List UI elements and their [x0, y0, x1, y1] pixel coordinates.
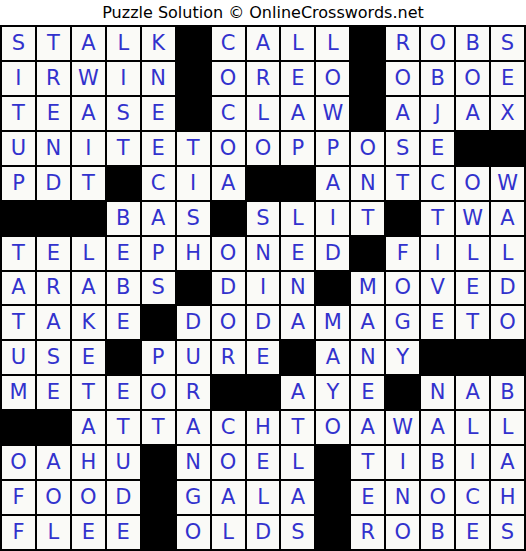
- letter-cell-r7c7: O: [211, 236, 246, 271]
- letter-cell-r4c1: U: [1, 131, 36, 166]
- letter-cell-r3c1: T: [1, 96, 36, 131]
- letter-cell-r4c11: O: [350, 131, 385, 166]
- letter-cell-r2c1: I: [1, 61, 36, 96]
- letter-cell-r13c14: I: [455, 445, 490, 480]
- letter-cell-r10c1: U: [1, 340, 36, 375]
- letter-cell-r14c14: C: [455, 480, 490, 515]
- letter-cell-r8c3: A: [71, 271, 106, 306]
- letter-cell-r2c5: N: [141, 61, 176, 96]
- letter-cell-r13c9: L: [280, 445, 315, 480]
- letter-cell-r13c2: A: [36, 445, 71, 480]
- letter-cell-r11c15: B: [490, 375, 525, 410]
- letter-cell-r9c14: T: [455, 305, 490, 340]
- black-cell-r15c10: [315, 515, 350, 550]
- black-cell-r10c13: [420, 340, 455, 375]
- letter-cell-r9c12: G: [385, 305, 420, 340]
- letter-cell-r15c3: E: [71, 515, 106, 550]
- black-cell-r12c2: [36, 410, 71, 445]
- letter-cell-r8c9: N: [280, 271, 315, 306]
- letter-cell-r6c9: L: [280, 201, 315, 236]
- letter-cell-r9c1: T: [1, 305, 36, 340]
- letter-cell-r14c4: D: [106, 480, 141, 515]
- letter-cell-r9c15: O: [490, 305, 525, 340]
- black-cell-r6c12: [385, 201, 420, 236]
- letter-cell-r7c12: F: [385, 236, 420, 271]
- letter-cell-r9c7: O: [211, 305, 246, 340]
- letter-cell-r11c3: T: [71, 375, 106, 410]
- black-cell-r6c3: [71, 201, 106, 236]
- letter-cell-r4c2: N: [36, 131, 71, 166]
- black-cell-r10c14: [455, 340, 490, 375]
- letter-cell-r8c8: I: [246, 271, 281, 306]
- letter-cell-r13c7: O: [211, 445, 246, 480]
- letter-cell-r4c12: S: [385, 131, 420, 166]
- letter-cell-r6c6: S: [176, 201, 211, 236]
- letter-cell-r2c4: I: [106, 61, 141, 96]
- black-cell-r7c11: [350, 236, 385, 271]
- letter-cell-r3c10: W: [315, 96, 350, 131]
- letter-cell-r8c14: E: [455, 271, 490, 306]
- letter-cell-r9c8: D: [246, 305, 281, 340]
- letter-cell-r10c8: E: [246, 340, 281, 375]
- letter-cell-r6c10: I: [315, 201, 350, 236]
- letter-cell-r5c12: T: [385, 166, 420, 201]
- letter-cell-r3c4: S: [106, 96, 141, 131]
- black-cell-r14c10: [315, 480, 350, 515]
- letter-cell-r12c6: A: [176, 410, 211, 445]
- letter-cell-r2c2: R: [36, 61, 71, 96]
- letter-cell-r12c5: T: [141, 410, 176, 445]
- letter-cell-r6c15: A: [490, 201, 525, 236]
- letter-cell-r1c1: S: [1, 26, 36, 61]
- letter-cell-r1c12: R: [385, 26, 420, 61]
- letter-cell-r15c4: E: [106, 515, 141, 550]
- letter-cell-r4c9: P: [280, 131, 315, 166]
- letter-cell-r15c12: O: [385, 515, 420, 550]
- letter-cell-r1c4: L: [106, 26, 141, 61]
- letter-cell-r8c5: S: [141, 271, 176, 306]
- letter-cell-r6c5: A: [141, 201, 176, 236]
- letter-cell-r9c11: A: [350, 305, 385, 340]
- letter-cell-r10c12: Y: [385, 340, 420, 375]
- letter-cell-r10c7: R: [211, 340, 246, 375]
- letter-cell-r10c5: P: [141, 340, 176, 375]
- letter-cell-r2c15: E: [490, 61, 525, 96]
- letter-cell-r10c3: E: [71, 340, 106, 375]
- letter-cell-r8c12: O: [385, 271, 420, 306]
- letter-cell-r3c3: A: [71, 96, 106, 131]
- letter-cell-r4c6: T: [176, 131, 211, 166]
- letter-cell-r8c13: V: [420, 271, 455, 306]
- puzzle-title: Puzzle Solution © OnlineCrosswords.net: [0, 0, 526, 25]
- letter-cell-r12c14: L: [455, 410, 490, 445]
- letter-cell-r2c12: O: [385, 61, 420, 96]
- letter-cell-r14c6: G: [176, 480, 211, 515]
- letter-cell-r12c9: T: [280, 410, 315, 445]
- letter-cell-r7c14: L: [455, 236, 490, 271]
- letter-cell-r5c3: T: [71, 166, 106, 201]
- letter-cell-r1c13: O: [420, 26, 455, 61]
- letter-cell-r3c5: E: [141, 96, 176, 131]
- letter-cell-r3c12: A: [385, 96, 420, 131]
- crossword-grid: STALKCALLROBSIRWINOREOOBOETEASECLAWAJAXU…: [0, 25, 526, 551]
- letter-cell-r3c2: E: [36, 96, 71, 131]
- letter-cell-r7c6: H: [176, 236, 211, 271]
- letter-cell-r3c8: L: [246, 96, 281, 131]
- letter-cell-r7c3: L: [71, 236, 106, 271]
- letter-cell-r8c7: D: [211, 271, 246, 306]
- letter-cell-r7c1: T: [1, 236, 36, 271]
- letter-cell-r6c14: W: [455, 201, 490, 236]
- black-cell-r8c6: [176, 271, 211, 306]
- letter-cell-r13c4: U: [106, 445, 141, 480]
- black-cell-r5c4: [106, 166, 141, 201]
- black-cell-r3c11: [350, 96, 385, 131]
- letter-cell-r1c14: B: [455, 26, 490, 61]
- letter-cell-r5c5: C: [141, 166, 176, 201]
- letter-cell-r9c9: A: [280, 305, 315, 340]
- black-cell-r10c4: [106, 340, 141, 375]
- letter-cell-r3c7: C: [211, 96, 246, 131]
- black-cell-r2c6: [176, 61, 211, 96]
- letter-cell-r7c9: E: [280, 236, 315, 271]
- letter-cell-r14c9: A: [280, 480, 315, 515]
- black-cell-r4c15: [490, 131, 525, 166]
- letter-cell-r5c11: N: [350, 166, 385, 201]
- letter-cell-r4c4: T: [106, 131, 141, 166]
- letter-cell-r15c6: O: [176, 515, 211, 550]
- letter-cell-r12c4: T: [106, 410, 141, 445]
- letter-cell-r5c6: I: [176, 166, 211, 201]
- letter-cell-r5c14: O: [455, 166, 490, 201]
- letter-cell-r1c3: A: [71, 26, 106, 61]
- letter-cell-r7c8: N: [246, 236, 281, 271]
- letter-cell-r12c12: W: [385, 410, 420, 445]
- letter-cell-r7c2: E: [36, 236, 71, 271]
- letter-cell-r10c10: A: [315, 340, 350, 375]
- black-cell-r2c11: [350, 61, 385, 96]
- letter-cell-r8c15: D: [490, 271, 525, 306]
- letter-cell-r3c14: A: [455, 96, 490, 131]
- letter-cell-r14c11: E: [350, 480, 385, 515]
- letter-cell-r12c11: A: [350, 410, 385, 445]
- letter-cell-r1c15: S: [490, 26, 525, 61]
- letter-cell-r3c15: X: [490, 96, 525, 131]
- black-cell-r13c10: [315, 445, 350, 480]
- black-cell-r15c5: [141, 515, 176, 550]
- black-cell-r14c5: [141, 480, 176, 515]
- letter-cell-r11c13: N: [420, 375, 455, 410]
- black-cell-r11c12: [385, 375, 420, 410]
- letter-cell-r11c10: Y: [315, 375, 350, 410]
- letter-cell-r2c13: B: [420, 61, 455, 96]
- letter-cell-r12c15: L: [490, 410, 525, 445]
- letter-cell-r12c10: O: [315, 410, 350, 445]
- letter-cell-r11c4: E: [106, 375, 141, 410]
- letter-cell-r3c13: J: [420, 96, 455, 131]
- letter-cell-r9c2: A: [36, 305, 71, 340]
- letter-cell-r11c11: E: [350, 375, 385, 410]
- letter-cell-r14c7: A: [211, 480, 246, 515]
- letter-cell-r14c12: N: [385, 480, 420, 515]
- letter-cell-r2c14: O: [455, 61, 490, 96]
- letter-cell-r10c11: N: [350, 340, 385, 375]
- letter-cell-r9c13: E: [420, 305, 455, 340]
- letter-cell-r1c7: C: [211, 26, 246, 61]
- black-cell-r6c1: [1, 201, 36, 236]
- letter-cell-r5c1: P: [1, 166, 36, 201]
- letter-cell-r13c12: I: [385, 445, 420, 480]
- black-cell-r3c6: [176, 96, 211, 131]
- letter-cell-r15c9: S: [280, 515, 315, 550]
- letter-cell-r13c11: T: [350, 445, 385, 480]
- letter-cell-r12c8: H: [246, 410, 281, 445]
- letter-cell-r15c2: L: [36, 515, 71, 550]
- black-cell-r6c2: [36, 201, 71, 236]
- letter-cell-r4c13: E: [420, 131, 455, 166]
- letter-cell-r5c7: A: [211, 166, 246, 201]
- letter-cell-r10c2: S: [36, 340, 71, 375]
- letter-cell-r5c15: W: [490, 166, 525, 201]
- black-cell-r1c11: [350, 26, 385, 61]
- black-cell-r12c1: [1, 410, 36, 445]
- letter-cell-r11c6: R: [176, 375, 211, 410]
- black-cell-r5c9: [280, 166, 315, 201]
- black-cell-r10c9: [280, 340, 315, 375]
- black-cell-r6c7: [211, 201, 246, 236]
- letter-cell-r10c6: U: [176, 340, 211, 375]
- letter-cell-r6c11: T: [350, 201, 385, 236]
- letter-cell-r3c9: A: [280, 96, 315, 131]
- letter-cell-r7c10: D: [315, 236, 350, 271]
- letter-cell-r1c10: L: [315, 26, 350, 61]
- puzzle-solution-page: Puzzle Solution © OnlineCrosswords.net S…: [0, 0, 526, 551]
- letter-cell-r14c8: L: [246, 480, 281, 515]
- letter-cell-r15c13: B: [420, 515, 455, 550]
- letter-cell-r11c2: E: [36, 375, 71, 410]
- letter-cell-r5c2: D: [36, 166, 71, 201]
- letter-cell-r1c9: L: [280, 26, 315, 61]
- letter-cell-r12c3: A: [71, 410, 106, 445]
- letter-cell-r2c9: E: [280, 61, 315, 96]
- black-cell-r8c10: [315, 271, 350, 306]
- letter-cell-r11c5: O: [141, 375, 176, 410]
- letter-cell-r12c13: A: [420, 410, 455, 445]
- letter-cell-r13c6: N: [176, 445, 211, 480]
- letter-cell-r15c14: E: [455, 515, 490, 550]
- letter-cell-r14c3: O: [71, 480, 106, 515]
- letter-cell-r11c9: A: [280, 375, 315, 410]
- letter-cell-r6c8: S: [246, 201, 281, 236]
- letter-cell-r4c10: P: [315, 131, 350, 166]
- letter-cell-r11c14: A: [455, 375, 490, 410]
- letter-cell-r1c5: K: [141, 26, 176, 61]
- black-cell-r11c7: [211, 375, 246, 410]
- black-cell-r9c5: [141, 305, 176, 340]
- letter-cell-r9c6: D: [176, 305, 211, 340]
- letter-cell-r1c2: T: [36, 26, 71, 61]
- black-cell-r4c14: [455, 131, 490, 166]
- letter-cell-r7c5: P: [141, 236, 176, 271]
- letter-cell-r14c2: O: [36, 480, 71, 515]
- letter-cell-r2c3: W: [71, 61, 106, 96]
- letter-cell-r7c4: E: [106, 236, 141, 271]
- letter-cell-r14c1: F: [1, 480, 36, 515]
- black-cell-r10c15: [490, 340, 525, 375]
- letter-cell-r9c3: K: [71, 305, 106, 340]
- letter-cell-r4c8: O: [246, 131, 281, 166]
- letter-cell-r8c2: R: [36, 271, 71, 306]
- letter-cell-r13c3: H: [71, 445, 106, 480]
- black-cell-r5c8: [246, 166, 281, 201]
- letter-cell-r1c8: A: [246, 26, 281, 61]
- letter-cell-r6c4: B: [106, 201, 141, 236]
- letter-cell-r15c11: R: [350, 515, 385, 550]
- letter-cell-r13c15: A: [490, 445, 525, 480]
- letter-cell-r15c7: L: [211, 515, 246, 550]
- letter-cell-r4c7: O: [211, 131, 246, 166]
- letter-cell-r4c5: E: [141, 131, 176, 166]
- letter-cell-r9c10: M: [315, 305, 350, 340]
- letter-cell-r2c8: R: [246, 61, 281, 96]
- black-cell-r1c6: [176, 26, 211, 61]
- letter-cell-r7c15: L: [490, 236, 525, 271]
- letter-cell-r2c7: O: [211, 61, 246, 96]
- letter-cell-r8c1: A: [1, 271, 36, 306]
- letter-cell-r14c15: H: [490, 480, 525, 515]
- black-cell-r11c8: [246, 375, 281, 410]
- letter-cell-r7c13: I: [420, 236, 455, 271]
- letter-cell-r12c7: C: [211, 410, 246, 445]
- letter-cell-r15c8: D: [246, 515, 281, 550]
- letter-cell-r2c10: O: [315, 61, 350, 96]
- letter-cell-r8c4: B: [106, 271, 141, 306]
- letter-cell-r13c13: B: [420, 445, 455, 480]
- black-cell-r13c5: [141, 445, 176, 480]
- letter-cell-r6c13: T: [420, 201, 455, 236]
- letter-cell-r13c8: E: [246, 445, 281, 480]
- letter-cell-r14c13: O: [420, 480, 455, 515]
- letter-cell-r8c11: M: [350, 271, 385, 306]
- letter-cell-r11c1: M: [1, 375, 36, 410]
- letter-cell-r4c3: I: [71, 131, 106, 166]
- letter-cell-r9c4: E: [106, 305, 141, 340]
- letter-cell-r15c1: F: [1, 515, 36, 550]
- letter-cell-r5c13: C: [420, 166, 455, 201]
- letter-cell-r13c1: O: [1, 445, 36, 480]
- letter-cell-r15c15: S: [490, 515, 525, 550]
- letter-cell-r5c10: A: [315, 166, 350, 201]
